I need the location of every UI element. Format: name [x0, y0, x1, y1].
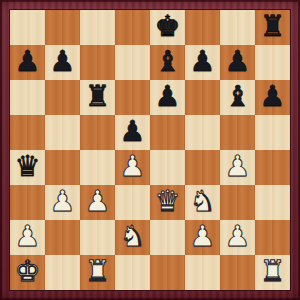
black-rook: ♜	[260, 10, 286, 44]
square-c3[interactable]: ♟	[80, 185, 115, 220]
square-b4[interactable]	[45, 150, 80, 185]
black-pawn: ♟	[260, 80, 286, 114]
square-h2[interactable]	[255, 220, 290, 255]
square-f6[interactable]	[185, 80, 220, 115]
square-g8[interactable]	[220, 10, 255, 45]
black-king: ♚	[155, 10, 181, 44]
square-c8[interactable]	[80, 10, 115, 45]
square-e2[interactable]	[150, 220, 185, 255]
square-f8[interactable]	[185, 10, 220, 45]
square-b1[interactable]	[45, 255, 80, 290]
square-g5[interactable]	[220, 115, 255, 150]
square-g2[interactable]: ♟	[220, 220, 255, 255]
black-bishop: ♝	[155, 45, 181, 79]
white-pawn: ♟	[85, 185, 111, 219]
white-rook: ♜	[260, 255, 286, 289]
black-pawn: ♟	[190, 45, 216, 79]
white-queen: ♛	[155, 185, 181, 219]
square-b8[interactable]	[45, 10, 80, 45]
square-e8[interactable]: ♚	[150, 10, 185, 45]
white-pawn: ♟	[225, 220, 251, 254]
square-a3[interactable]	[10, 185, 45, 220]
square-e6[interactable]: ♟	[150, 80, 185, 115]
square-f3[interactable]: ♞	[185, 185, 220, 220]
square-c4[interactable]	[80, 150, 115, 185]
square-b3[interactable]: ♟	[45, 185, 80, 220]
board-frame: ♚♜♟♟♝♟♟♜♟♝♟♟♛♟♟♟♟♛♞♟♞♟♟♚♜♜	[0, 0, 300, 300]
square-c7[interactable]	[80, 45, 115, 80]
square-h4[interactable]	[255, 150, 290, 185]
square-d7[interactable]	[115, 45, 150, 80]
white-pawn: ♟	[225, 150, 251, 184]
black-pawn: ♟	[50, 45, 76, 79]
square-d8[interactable]	[115, 10, 150, 45]
square-e3[interactable]: ♛	[150, 185, 185, 220]
square-e4[interactable]	[150, 150, 185, 185]
square-h1[interactable]: ♜	[255, 255, 290, 290]
square-g7[interactable]: ♟	[220, 45, 255, 80]
square-h5[interactable]	[255, 115, 290, 150]
square-a1[interactable]: ♚	[10, 255, 45, 290]
chess-board: ♚♜♟♟♝♟♟♜♟♝♟♟♛♟♟♟♟♛♞♟♞♟♟♚♜♜	[10, 10, 290, 290]
square-b6[interactable]	[45, 80, 80, 115]
square-d3[interactable]	[115, 185, 150, 220]
square-a8[interactable]	[10, 10, 45, 45]
square-b2[interactable]	[45, 220, 80, 255]
white-knight: ♞	[120, 220, 146, 254]
square-d2[interactable]: ♞	[115, 220, 150, 255]
square-a6[interactable]	[10, 80, 45, 115]
square-e7[interactable]: ♝	[150, 45, 185, 80]
square-h8[interactable]: ♜	[255, 10, 290, 45]
square-d5[interactable]: ♟	[115, 115, 150, 150]
black-pawn: ♟	[225, 45, 251, 79]
square-c2[interactable]	[80, 220, 115, 255]
square-h6[interactable]: ♟	[255, 80, 290, 115]
square-f7[interactable]: ♟	[185, 45, 220, 80]
black-pawn: ♟	[15, 45, 41, 79]
square-a7[interactable]: ♟	[10, 45, 45, 80]
square-a5[interactable]	[10, 115, 45, 150]
square-b5[interactable]	[45, 115, 80, 150]
square-d6[interactable]	[115, 80, 150, 115]
square-c5[interactable]	[80, 115, 115, 150]
black-queen: ♛	[15, 150, 41, 184]
square-d4[interactable]: ♟	[115, 150, 150, 185]
square-g1[interactable]	[220, 255, 255, 290]
black-pawn: ♟	[120, 115, 146, 149]
black-bishop: ♝	[225, 80, 251, 114]
white-rook: ♜	[85, 255, 111, 289]
white-pawn: ♟	[50, 185, 76, 219]
square-h7[interactable]	[255, 45, 290, 80]
white-pawn: ♟	[15, 220, 41, 254]
square-a4[interactable]: ♛	[10, 150, 45, 185]
white-pawn: ♟	[190, 220, 216, 254]
square-g3[interactable]	[220, 185, 255, 220]
square-b7[interactable]: ♟	[45, 45, 80, 80]
square-f4[interactable]	[185, 150, 220, 185]
square-d1[interactable]	[115, 255, 150, 290]
square-f5[interactable]	[185, 115, 220, 150]
square-f2[interactable]: ♟	[185, 220, 220, 255]
square-g6[interactable]: ♝	[220, 80, 255, 115]
white-knight: ♞	[190, 185, 216, 219]
square-h3[interactable]	[255, 185, 290, 220]
square-e5[interactable]	[150, 115, 185, 150]
black-rook: ♜	[85, 80, 111, 114]
white-king: ♚	[15, 255, 41, 289]
square-c1[interactable]: ♜	[80, 255, 115, 290]
black-pawn: ♟	[155, 80, 181, 114]
square-e1[interactable]	[150, 255, 185, 290]
square-a2[interactable]: ♟	[10, 220, 45, 255]
square-c6[interactable]: ♜	[80, 80, 115, 115]
square-g4[interactable]: ♟	[220, 150, 255, 185]
white-pawn: ♟	[120, 150, 146, 184]
square-f1[interactable]	[185, 255, 220, 290]
